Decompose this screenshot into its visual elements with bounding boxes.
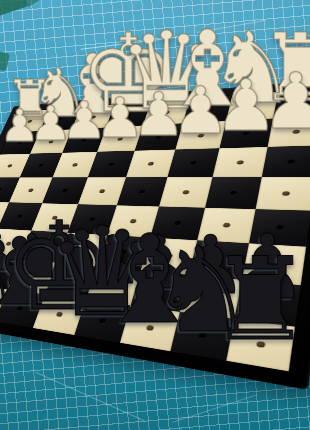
square-b2[interactable] [219, 118, 273, 148]
square-a4[interactable] [256, 177, 310, 211]
square-c1[interactable] [183, 95, 232, 123]
square-c2[interactable] [175, 121, 226, 150]
square-b3[interactable] [213, 147, 268, 177]
board-squares [0, 88, 310, 372]
chess-board[interactable] [0, 78, 310, 390]
square-a3[interactable] [262, 145, 310, 177]
square-c4[interactable] [159, 177, 212, 208]
square-c5[interactable] [150, 206, 205, 240]
square-b6[interactable] [189, 240, 249, 280]
square-a6[interactable] [242, 243, 306, 285]
square-a1[interactable] [273, 88, 310, 119]
square-b8[interactable] [170, 312, 234, 361]
square-b1[interactable] [226, 92, 278, 121]
square-b5[interactable] [197, 208, 255, 244]
board-scene: ♜♞♝♚♛♝♞♜♟♟♟♟♟♟♟♟♟♟♟♟♟♟♟♟♜♞♝♚♛♝♞♜ [0, 0, 310, 430]
square-a5[interactable] [249, 209, 310, 247]
photo-stage: ♜♞♝♚♛♝♞♜♟♟♟♟♟♟♟♟♟♟♟♟♟♟♟♟♜♞♝♚♛♝♞♜ [0, 0, 310, 430]
square-c3[interactable] [167, 148, 219, 177]
square-a2[interactable] [268, 116, 310, 147]
square-a8[interactable] [226, 319, 295, 371]
square-c6[interactable] [141, 237, 198, 274]
square-b4[interactable] [205, 177, 262, 209]
